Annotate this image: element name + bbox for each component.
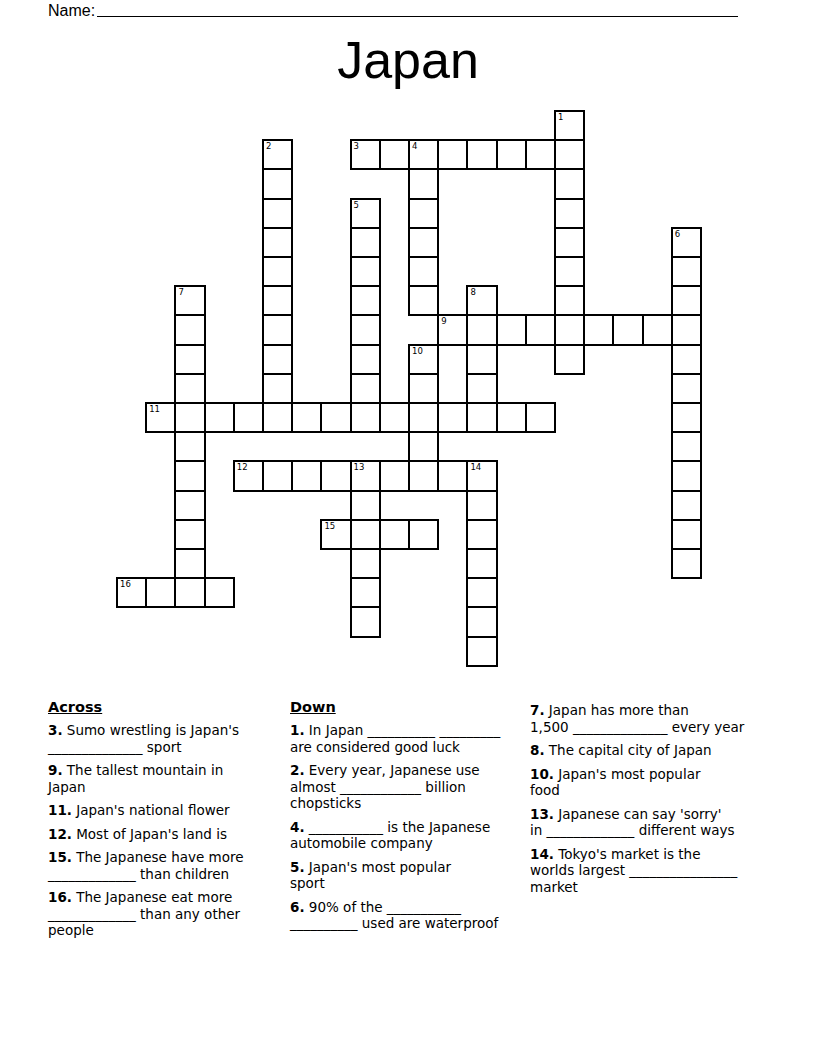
cell-r16c3[interactable] xyxy=(204,577,235,608)
clue-across-12: 12. Most of Japan's land is xyxy=(48,826,244,843)
cell-r12c8[interactable]: 13 xyxy=(350,460,381,491)
cell-r10c1[interactable]: 11 xyxy=(145,402,176,433)
cell-r17c8[interactable] xyxy=(350,606,381,637)
clue-down-1: 1. In Japan __________ _________ are con… xyxy=(290,722,500,755)
cell-r15c12[interactable] xyxy=(466,548,497,579)
cell-number: 14 xyxy=(470,463,481,472)
cell-r6c2[interactable]: 7 xyxy=(174,285,205,316)
clue-number: 13. xyxy=(530,806,554,822)
cell-r1c15[interactable] xyxy=(554,139,585,170)
cell-r14c12[interactable] xyxy=(466,519,497,550)
down-heading: Down xyxy=(290,699,500,716)
cell-r1c10[interactable]: 4 xyxy=(408,139,439,170)
cell-r9c5[interactable] xyxy=(262,373,293,404)
cell-r4c8[interactable] xyxy=(350,227,381,258)
cell-r2c15[interactable] xyxy=(554,168,585,199)
cell-r9c19[interactable] xyxy=(671,373,702,404)
cell-r7c14[interactable] xyxy=(525,314,556,345)
cell-r5c8[interactable] xyxy=(350,256,381,287)
cell-r4c10[interactable] xyxy=(408,227,439,258)
down-clues-column-1: Down1. In Japan __________ _________ are… xyxy=(290,699,500,939)
cell-r4c19[interactable]: 6 xyxy=(671,227,702,258)
clue-text: Japan's most popular sport xyxy=(290,859,451,892)
clue-number: 3. xyxy=(48,722,63,738)
cell-number: 2 xyxy=(266,142,271,151)
clue-text: Most of Japan's land is xyxy=(72,826,227,842)
across-heading: Across xyxy=(48,699,244,716)
cell-r10c6[interactable] xyxy=(291,402,322,433)
cell-r9c2[interactable] xyxy=(174,373,205,404)
clue-text: In Japan __________ _________ are consid… xyxy=(290,722,500,755)
cell-r10c3[interactable] xyxy=(204,402,235,433)
cell-number: 1 xyxy=(558,113,563,122)
cell-r3c10[interactable] xyxy=(408,198,439,229)
cell-r1c11[interactable] xyxy=(437,139,468,170)
clue-number: 4. xyxy=(290,819,305,835)
cell-r6c8[interactable] xyxy=(350,285,381,316)
cell-r16c12[interactable] xyxy=(466,577,497,608)
crossword-grid: 12345678910111213141516 xyxy=(116,110,704,668)
cell-r14c9[interactable] xyxy=(379,519,410,550)
clue-down-4: 4. ___________ is the Japanese automobil… xyxy=(290,819,500,852)
cell-number: 3 xyxy=(354,142,359,151)
worksheet-page: Name: Japan 12345678910111213141516 Acro… xyxy=(0,0,816,1056)
clue-down-5: 5. Japan's most popular sport xyxy=(290,859,500,892)
cell-r6c19[interactable] xyxy=(671,285,702,316)
cell-r5c5[interactable] xyxy=(262,256,293,287)
clue-down-10: 10. Japan's most popular food xyxy=(530,766,744,799)
cell-r4c15[interactable] xyxy=(554,227,585,258)
cell-r16c8[interactable] xyxy=(350,577,381,608)
cell-r18c12[interactable] xyxy=(466,636,497,667)
cell-r1c13[interactable] xyxy=(496,139,527,170)
cell-number: 5 xyxy=(354,201,359,210)
cell-r12c11[interactable] xyxy=(437,460,468,491)
cell-r12c6[interactable] xyxy=(291,460,322,491)
cell-number: 9 xyxy=(441,317,446,326)
clue-number: 14. xyxy=(530,846,554,862)
clue-number: 10. xyxy=(530,766,554,782)
clue-across-15: 15. The Japanese have more _____________… xyxy=(48,849,244,882)
cell-r8c15[interactable] xyxy=(554,344,585,375)
clue-down-6: 6. 90% of the ___________ __________ use… xyxy=(290,899,500,932)
cell-r14c8[interactable] xyxy=(350,519,381,550)
cell-number: 8 xyxy=(470,288,475,297)
cell-number: 6 xyxy=(675,230,680,239)
cell-r7c5[interactable] xyxy=(262,314,293,345)
clue-down-2: 2. Every year, Japanese use almost _____… xyxy=(290,762,500,812)
clue-text: The Japanese have more _____________ tha… xyxy=(48,849,244,882)
cell-r10c9[interactable] xyxy=(379,402,410,433)
cell-r17c12[interactable] xyxy=(466,606,497,637)
cell-number: 11 xyxy=(149,405,160,414)
cell-r7c19[interactable] xyxy=(671,314,702,345)
down-clues-column-2: 7. Japan has more than 1,500 ___________… xyxy=(530,702,744,902)
cell-r8c5[interactable] xyxy=(262,344,293,375)
cell-r3c8[interactable]: 5 xyxy=(350,198,381,229)
clue-number: 8. xyxy=(530,742,545,758)
cell-r7c12[interactable] xyxy=(466,314,497,345)
cell-r12c5[interactable] xyxy=(262,460,293,491)
cell-number: 12 xyxy=(237,463,248,472)
clue-down-14: 14. Tokyo's market is the worlds largest… xyxy=(530,846,744,896)
cell-r13c12[interactable] xyxy=(466,490,497,521)
cell-r10c12[interactable] xyxy=(466,402,497,433)
name-blank-line xyxy=(97,16,738,17)
cell-r7c16[interactable] xyxy=(583,314,614,345)
puzzle-title: Japan xyxy=(0,30,816,90)
cell-r10c4[interactable] xyxy=(233,402,264,433)
cell-r10c13[interactable] xyxy=(496,402,527,433)
clue-text: The Japanese eat more _____________ than… xyxy=(48,889,240,938)
cell-r2c5[interactable] xyxy=(262,168,293,199)
clue-text: Tokyo's market is the worlds largest ___… xyxy=(530,846,737,895)
cell-r6c5[interactable] xyxy=(262,285,293,316)
clue-number: 12. xyxy=(48,826,72,842)
cell-r7c8[interactable] xyxy=(350,314,381,345)
clue-across-16: 16. The Japanese eat more _____________ … xyxy=(48,889,244,939)
cell-r15c2[interactable] xyxy=(174,548,205,579)
cell-r14c10[interactable] xyxy=(408,519,439,550)
cell-r5c10[interactable] xyxy=(408,256,439,287)
clue-number: 1. xyxy=(290,722,305,738)
cell-r13c2[interactable] xyxy=(174,490,205,521)
cell-r12c9[interactable] xyxy=(379,460,410,491)
cell-r11c2[interactable] xyxy=(174,431,205,462)
cell-r12c2[interactable] xyxy=(174,460,205,491)
cell-r10c11[interactable] xyxy=(437,402,468,433)
name-label: Name: xyxy=(48,1,95,21)
cell-r15c8[interactable] xyxy=(350,548,381,579)
cell-r1c5[interactable]: 2 xyxy=(262,139,293,170)
clue-number: 9. xyxy=(48,762,63,778)
cell-r10c19[interactable] xyxy=(671,402,702,433)
cell-r10c8[interactable] xyxy=(350,402,381,433)
cell-number: 4 xyxy=(412,142,417,151)
cell-r11c19[interactable] xyxy=(671,431,702,462)
cell-r3c5[interactable] xyxy=(262,198,293,229)
clue-text: ___________ is the Japanese automobile c… xyxy=(290,819,490,852)
clue-text: Japan's national flower xyxy=(72,802,230,818)
clue-text: Japan's most popular food xyxy=(530,766,700,799)
cell-r11c10[interactable] xyxy=(408,431,439,462)
cell-r12c12[interactable]: 14 xyxy=(466,460,497,491)
clue-number: 15. xyxy=(48,849,72,865)
cell-r10c10[interactable] xyxy=(408,402,439,433)
cell-r8c2[interactable] xyxy=(174,344,205,375)
cell-r13c8[interactable] xyxy=(350,490,381,521)
cell-r15c19[interactable] xyxy=(671,548,702,579)
clue-across-3: 3. Sumo wrestling is Japan's ___________… xyxy=(48,722,244,755)
cell-r10c5[interactable] xyxy=(262,402,293,433)
cell-number: 15 xyxy=(324,522,335,531)
cell-r16c1[interactable] xyxy=(145,577,176,608)
clue-down-13: 13. Japanese can say 'sorry' in ________… xyxy=(530,806,744,839)
cell-r12c10[interactable] xyxy=(408,460,439,491)
clue-number: 7. xyxy=(530,702,545,718)
across-clues-column: Across3. Sumo wrestling is Japan's _____… xyxy=(48,699,244,946)
cell-r9c10[interactable] xyxy=(408,373,439,404)
cell-r1c12[interactable] xyxy=(466,139,497,170)
cell-r14c7[interactable]: 15 xyxy=(320,519,351,550)
clue-text: The capital city of Japan xyxy=(545,742,712,758)
cell-r0c15[interactable]: 1 xyxy=(554,110,585,141)
clue-number: 2. xyxy=(290,762,305,778)
clue-text: Japan has more than 1,500 ______________… xyxy=(530,702,744,735)
cell-r6c15[interactable] xyxy=(554,285,585,316)
cell-number: 10 xyxy=(412,347,423,356)
cell-r16c2[interactable] xyxy=(174,577,205,608)
cell-r12c7[interactable] xyxy=(320,460,351,491)
cell-r8c10[interactable]: 10 xyxy=(408,344,439,375)
cell-r14c2[interactable] xyxy=(174,519,205,550)
cell-number: 13 xyxy=(354,463,365,472)
cell-r8c19[interactable] xyxy=(671,344,702,375)
cell-r14c19[interactable] xyxy=(671,519,702,550)
cell-r7c2[interactable] xyxy=(174,314,205,345)
clue-across-9: 9. The tallest mountain in Japan xyxy=(48,762,244,795)
clue-text: Every year, Japanese use almost ________… xyxy=(290,762,480,811)
cell-r1c8[interactable]: 3 xyxy=(350,139,381,170)
cell-r1c14[interactable] xyxy=(525,139,556,170)
cell-r7c15[interactable] xyxy=(554,314,585,345)
clue-text: Sumo wrestling is Japan's ______________… xyxy=(48,722,239,755)
clue-text: 90% of the ___________ __________ used a… xyxy=(290,899,498,932)
clue-down-8: 8. The capital city of Japan xyxy=(530,742,744,759)
cell-r10c14[interactable] xyxy=(525,402,556,433)
cell-r6c10[interactable] xyxy=(408,285,439,316)
clue-number: 5. xyxy=(290,859,305,875)
cell-r7c17[interactable] xyxy=(612,314,643,345)
clue-number: 16. xyxy=(48,889,72,905)
cell-number: 16 xyxy=(120,580,131,589)
cell-r4c5[interactable] xyxy=(262,227,293,258)
cell-r8c12[interactable] xyxy=(466,344,497,375)
cell-r7c11[interactable]: 9 xyxy=(437,314,468,345)
cell-number: 7 xyxy=(178,288,183,297)
cell-r5c19[interactable] xyxy=(671,256,702,287)
cell-r2c10[interactable] xyxy=(408,168,439,199)
cell-r7c13[interactable] xyxy=(496,314,527,345)
cell-r10c2[interactable] xyxy=(174,402,205,433)
cell-r7c18[interactable] xyxy=(642,314,673,345)
clue-across-11: 11. Japan's national flower xyxy=(48,802,244,819)
clue-number: 11. xyxy=(48,802,72,818)
clue-number: 6. xyxy=(290,899,305,915)
cell-r10c7[interactable] xyxy=(320,402,351,433)
cell-r16c0[interactable]: 16 xyxy=(116,577,147,608)
cell-r9c8[interactable] xyxy=(350,373,381,404)
cell-r3c15[interactable] xyxy=(554,198,585,229)
clue-text: The tallest mountain in Japan xyxy=(48,762,223,795)
cell-r1c9[interactable] xyxy=(379,139,410,170)
clue-down-7: 7. Japan has more than 1,500 ___________… xyxy=(530,702,744,735)
cell-r9c12[interactable] xyxy=(466,373,497,404)
cell-r8c8[interactable] xyxy=(350,344,381,375)
cell-r13c19[interactable] xyxy=(671,490,702,521)
cell-r5c15[interactable] xyxy=(554,256,585,287)
cell-r12c4[interactable]: 12 xyxy=(233,460,264,491)
clue-text: Japanese can say 'sorry' in ____________… xyxy=(530,806,735,839)
cell-r6c12[interactable]: 8 xyxy=(466,285,497,316)
cell-r12c19[interactable] xyxy=(671,460,702,491)
